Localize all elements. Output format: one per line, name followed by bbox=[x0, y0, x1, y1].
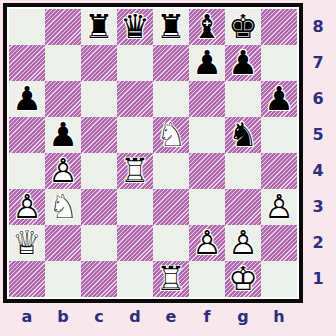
square-d1[interactable] bbox=[117, 261, 153, 297]
square-g4[interactable] bbox=[225, 153, 261, 189]
square-f4[interactable] bbox=[189, 153, 225, 189]
white-pawn-f2[interactable]: ♟♙ bbox=[189, 225, 225, 261]
square-e5[interactable]: ♞♘ bbox=[153, 117, 189, 153]
rank-label-4: 4 bbox=[303, 153, 333, 189]
square-e6[interactable] bbox=[153, 81, 189, 117]
rank-label-6: 6 bbox=[303, 81, 333, 117]
square-c7[interactable] bbox=[81, 45, 117, 81]
black-pawn-b5[interactable]: ♟ bbox=[45, 117, 81, 153]
square-h2[interactable] bbox=[261, 225, 297, 261]
square-a7[interactable] bbox=[9, 45, 45, 81]
white-knight-b3[interactable]: ♞♘ bbox=[45, 189, 81, 225]
square-f3[interactable] bbox=[189, 189, 225, 225]
white-king-g1[interactable]: ♚♔ bbox=[225, 261, 261, 297]
board-grid: ♜♛♜♝♚♟♟♟♟♟♞♘♞♟♙♜♖♟♙♞♘♟♙♛♕♟♙♟♙♜♖♚♔ bbox=[9, 9, 297, 297]
square-e7[interactable] bbox=[153, 45, 189, 81]
white-rook-d4[interactable]: ♜♖ bbox=[117, 153, 153, 189]
black-queen-d8[interactable]: ♛ bbox=[117, 9, 153, 45]
black-knight-g5[interactable]: ♞ bbox=[225, 117, 261, 153]
rank-label-5: 5 bbox=[303, 117, 333, 153]
square-a3[interactable]: ♟♙ bbox=[9, 189, 45, 225]
square-c4[interactable] bbox=[81, 153, 117, 189]
square-h6[interactable]: ♟ bbox=[261, 81, 297, 117]
black-rook-e8[interactable]: ♜ bbox=[153, 9, 189, 45]
rank-labels: 87654321 bbox=[303, 9, 333, 297]
square-g1[interactable]: ♚♔ bbox=[225, 261, 261, 297]
square-g7[interactable]: ♟ bbox=[225, 45, 261, 81]
square-d5[interactable] bbox=[117, 117, 153, 153]
square-a5[interactable] bbox=[9, 117, 45, 153]
square-b5[interactable]: ♟ bbox=[45, 117, 81, 153]
square-c6[interactable] bbox=[81, 81, 117, 117]
file-label-f: f bbox=[189, 300, 225, 334]
file-label-d: d bbox=[117, 300, 153, 334]
square-f5[interactable] bbox=[189, 117, 225, 153]
square-c8[interactable]: ♜ bbox=[81, 9, 117, 45]
square-h5[interactable] bbox=[261, 117, 297, 153]
square-g5[interactable]: ♞ bbox=[225, 117, 261, 153]
square-c1[interactable] bbox=[81, 261, 117, 297]
square-e1[interactable]: ♜♖ bbox=[153, 261, 189, 297]
file-label-c: c bbox=[81, 300, 117, 334]
square-c5[interactable] bbox=[81, 117, 117, 153]
square-b1[interactable] bbox=[45, 261, 81, 297]
white-pawn-a3[interactable]: ♟♙ bbox=[9, 189, 45, 225]
square-a1[interactable] bbox=[9, 261, 45, 297]
chess-diagram: ♜♛♜♝♚♟♟♟♟♟♞♘♞♟♙♜♖♟♙♞♘♟♙♛♕♟♙♟♙♜♖♚♔ 876543… bbox=[0, 0, 336, 336]
white-pawn-b4[interactable]: ♟♙ bbox=[45, 153, 81, 189]
square-a6[interactable]: ♟ bbox=[9, 81, 45, 117]
square-e8[interactable]: ♜ bbox=[153, 9, 189, 45]
rank-label-7: 7 bbox=[303, 45, 333, 81]
square-g2[interactable]: ♟♙ bbox=[225, 225, 261, 261]
rank-label-3: 3 bbox=[303, 189, 333, 225]
square-c3[interactable] bbox=[81, 189, 117, 225]
white-pawn-g2[interactable]: ♟♙ bbox=[225, 225, 261, 261]
file-label-g: g bbox=[225, 300, 261, 334]
square-d2[interactable] bbox=[117, 225, 153, 261]
square-g8[interactable]: ♚ bbox=[225, 9, 261, 45]
square-f1[interactable] bbox=[189, 261, 225, 297]
square-g3[interactable] bbox=[225, 189, 261, 225]
file-label-b: b bbox=[45, 300, 81, 334]
square-h8[interactable] bbox=[261, 9, 297, 45]
square-h7[interactable] bbox=[261, 45, 297, 81]
square-d6[interactable] bbox=[117, 81, 153, 117]
square-a2[interactable]: ♛♕ bbox=[9, 225, 45, 261]
file-label-e: e bbox=[153, 300, 189, 334]
square-c2[interactable] bbox=[81, 225, 117, 261]
square-e4[interactable] bbox=[153, 153, 189, 189]
square-d7[interactable] bbox=[117, 45, 153, 81]
square-f7[interactable]: ♟ bbox=[189, 45, 225, 81]
square-a4[interactable] bbox=[9, 153, 45, 189]
black-bishop-f8[interactable]: ♝ bbox=[189, 9, 225, 45]
square-f6[interactable] bbox=[189, 81, 225, 117]
square-b7[interactable] bbox=[45, 45, 81, 81]
black-pawn-h6[interactable]: ♟ bbox=[261, 81, 297, 117]
rank-label-2: 2 bbox=[303, 225, 333, 261]
black-rook-c8[interactable]: ♜ bbox=[81, 9, 117, 45]
square-h3[interactable]: ♟♙ bbox=[261, 189, 297, 225]
chess-board: ♜♛♜♝♚♟♟♟♟♟♞♘♞♟♙♜♖♟♙♞♘♟♙♛♕♟♙♟♙♜♖♚♔ bbox=[3, 3, 303, 303]
square-e3[interactable] bbox=[153, 189, 189, 225]
square-b6[interactable] bbox=[45, 81, 81, 117]
rank-label-1: 1 bbox=[303, 261, 333, 297]
square-b3[interactable]: ♞♘ bbox=[45, 189, 81, 225]
square-f2[interactable]: ♟♙ bbox=[189, 225, 225, 261]
square-b2[interactable] bbox=[45, 225, 81, 261]
square-a8[interactable] bbox=[9, 9, 45, 45]
white-rook-e1[interactable]: ♜♖ bbox=[153, 261, 189, 297]
file-label-h: h bbox=[261, 300, 297, 334]
white-pawn-h3[interactable]: ♟♙ bbox=[261, 189, 297, 225]
square-b8[interactable] bbox=[45, 9, 81, 45]
file-labels: abcdefgh bbox=[9, 300, 297, 334]
black-pawn-g7[interactable]: ♟ bbox=[225, 45, 261, 81]
black-pawn-f7[interactable]: ♟ bbox=[189, 45, 225, 81]
white-knight-e5[interactable]: ♞♘ bbox=[153, 117, 189, 153]
square-e2[interactable] bbox=[153, 225, 189, 261]
white-queen-a2[interactable]: ♛♕ bbox=[9, 225, 45, 261]
square-d3[interactable] bbox=[117, 189, 153, 225]
square-b4[interactable]: ♟♙ bbox=[45, 153, 81, 189]
square-d4[interactable]: ♜♖ bbox=[117, 153, 153, 189]
square-d8[interactable]: ♛ bbox=[117, 9, 153, 45]
square-h1[interactable] bbox=[261, 261, 297, 297]
file-label-a: a bbox=[9, 300, 45, 334]
black-pawn-a6[interactable]: ♟ bbox=[9, 81, 45, 117]
square-g6[interactable] bbox=[225, 81, 261, 117]
rank-label-8: 8 bbox=[303, 9, 333, 45]
black-king-g8[interactable]: ♚ bbox=[225, 9, 261, 45]
square-f8[interactable]: ♝ bbox=[189, 9, 225, 45]
square-h4[interactable] bbox=[261, 153, 297, 189]
